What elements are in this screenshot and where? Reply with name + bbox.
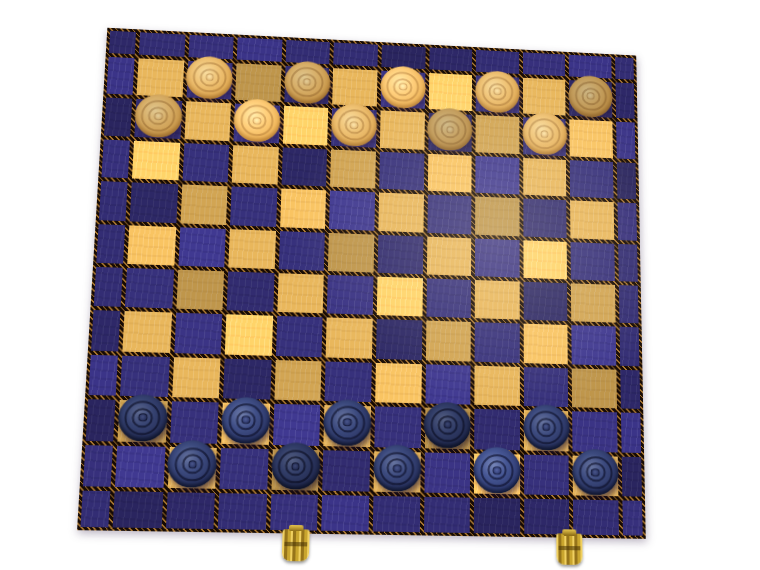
piece-groove-ring xyxy=(591,468,599,476)
brass-hinge-left xyxy=(282,529,310,561)
border-square xyxy=(99,181,128,221)
square-r9c6[interactable] xyxy=(374,407,421,448)
square-r8c8[interactable] xyxy=(475,365,520,406)
piece-groove-ring xyxy=(575,81,607,112)
square-r10c10[interactable] xyxy=(573,455,618,496)
piece-groove-ring xyxy=(188,460,197,469)
border-square xyxy=(619,285,639,324)
square-r5c3[interactable] xyxy=(228,229,275,269)
piece-groove-ring xyxy=(297,73,317,92)
square-r2c8[interactable] xyxy=(476,115,520,154)
piece-groove-ring xyxy=(542,423,550,431)
border-square xyxy=(373,496,420,532)
black-checker-piece[interactable] xyxy=(473,447,520,494)
piece-groove-ring xyxy=(303,78,311,86)
square-r1c8[interactable] xyxy=(476,75,519,113)
square-r3c4[interactable] xyxy=(281,147,327,186)
square-r8c3[interactable] xyxy=(223,358,271,399)
piece-groove-ring xyxy=(480,454,514,488)
square-r2c6[interactable] xyxy=(380,111,425,150)
border-square xyxy=(474,498,520,534)
square-r10c1[interactable] xyxy=(115,445,165,487)
piece-groove-ring xyxy=(337,109,371,141)
piece-groove-ring xyxy=(446,126,454,134)
piece-groove-ring xyxy=(235,410,256,430)
square-r3c6[interactable] xyxy=(379,152,424,191)
square-r6c7[interactable] xyxy=(426,278,471,318)
square-r1c7[interactable] xyxy=(428,73,472,111)
piece-groove-ring xyxy=(344,116,364,135)
square-r6c3[interactable] xyxy=(227,271,275,312)
piece-groove-ring xyxy=(228,403,264,437)
border-square xyxy=(622,500,642,535)
product-photo-scene xyxy=(0,0,760,570)
piece-groove-ring xyxy=(581,87,600,105)
piece-groove-ring xyxy=(586,463,606,483)
piece-groove-ring xyxy=(148,107,169,126)
black-checker-piece[interactable] xyxy=(323,399,372,446)
piece-groove-ring xyxy=(247,111,267,130)
white-checker-piece[interactable] xyxy=(233,98,281,143)
piece-groove-ring xyxy=(488,82,507,100)
piece-groove-ring xyxy=(330,406,365,440)
square-r1c5[interactable] xyxy=(333,68,378,107)
black-checker-piece[interactable] xyxy=(167,440,218,488)
black-checker-piece[interactable] xyxy=(271,443,321,491)
square-r7c4[interactable] xyxy=(276,316,323,357)
piece-groove-ring xyxy=(343,418,352,427)
piece-groove-ring xyxy=(431,408,465,442)
square-r9c7[interactable] xyxy=(425,408,471,449)
square-r2c5[interactable] xyxy=(331,109,376,148)
square-r10c6[interactable] xyxy=(373,451,420,493)
square-r7c5[interactable] xyxy=(326,318,373,359)
square-r4c9[interactable] xyxy=(523,199,567,238)
square-r7c1[interactable] xyxy=(122,311,171,352)
border-square xyxy=(91,310,120,351)
square-r8c9[interactable] xyxy=(524,367,569,407)
border-square xyxy=(139,32,185,57)
piece-groove-ring xyxy=(393,464,402,473)
square-r10c7[interactable] xyxy=(424,452,470,494)
black-checker-piece[interactable] xyxy=(572,449,619,496)
square-r8c1[interactable] xyxy=(120,356,170,398)
white-checker-piece[interactable] xyxy=(427,108,472,152)
border-square xyxy=(165,492,215,529)
white-checker-piece[interactable] xyxy=(475,70,520,113)
square-r6c1[interactable] xyxy=(125,268,174,309)
square-r10c9[interactable] xyxy=(524,454,570,495)
square-r3c5[interactable] xyxy=(330,149,376,188)
square-r8c2[interactable] xyxy=(172,357,221,399)
square-r4c2[interactable] xyxy=(180,185,228,225)
square-r1c9[interactable] xyxy=(523,78,566,116)
square-r2c4[interactable] xyxy=(283,106,329,145)
square-r4c8[interactable] xyxy=(475,197,519,236)
square-r7c10[interactable] xyxy=(572,326,617,366)
border-square xyxy=(96,224,125,264)
black-checker-piece[interactable] xyxy=(221,397,271,445)
piece-groove-ring xyxy=(132,408,154,428)
square-r3c1[interactable] xyxy=(132,141,180,181)
border-square xyxy=(523,52,566,76)
border-square xyxy=(424,497,471,533)
square-r8c5[interactable] xyxy=(325,361,372,402)
piece-groove-ring xyxy=(124,401,161,435)
square-r4c5[interactable] xyxy=(329,191,375,231)
border-square xyxy=(618,244,638,282)
square-r5c5[interactable] xyxy=(328,233,374,273)
piece-groove-ring xyxy=(535,125,554,143)
brass-hinge-right xyxy=(556,533,582,565)
square-r5c6[interactable] xyxy=(378,234,423,274)
border-square xyxy=(88,355,118,396)
square-r3c7[interactable] xyxy=(427,154,471,193)
square-r7c8[interactable] xyxy=(475,322,520,362)
square-r7c3[interactable] xyxy=(225,315,273,356)
piece-groove-ring xyxy=(285,456,306,476)
border-square xyxy=(334,42,378,66)
piece-groove-ring xyxy=(174,447,211,482)
square-r6c6[interactable] xyxy=(377,277,423,317)
piece-groove-ring xyxy=(441,120,460,138)
piece-groove-ring xyxy=(587,92,595,100)
square-r4c4[interactable] xyxy=(280,189,326,229)
square-r5c4[interactable] xyxy=(279,231,326,271)
piece-groove-ring xyxy=(481,76,513,107)
square-r7c9[interactable] xyxy=(523,324,568,364)
square-r4c7[interactable] xyxy=(427,195,472,234)
piece-groove-ring xyxy=(290,66,324,98)
piece-groove-ring xyxy=(386,71,419,103)
square-r9c3[interactable] xyxy=(221,403,270,445)
square-r4c10[interactable] xyxy=(570,201,614,240)
square-r5c7[interactable] xyxy=(427,236,472,276)
border-square xyxy=(617,203,637,241)
white-checker-piece[interactable] xyxy=(522,112,567,156)
square-r10c5[interactable] xyxy=(323,450,371,492)
square-r2c7[interactable] xyxy=(428,113,472,152)
square-r2c1[interactable] xyxy=(134,99,182,139)
square-r2c2[interactable] xyxy=(184,102,231,141)
border-square xyxy=(615,82,634,119)
square-r1c10[interactable] xyxy=(569,80,612,118)
square-r2c10[interactable] xyxy=(570,120,613,158)
piece-groove-ring xyxy=(529,411,563,444)
white-checker-piece[interactable] xyxy=(134,94,183,139)
piece-groove-ring xyxy=(241,416,250,425)
white-checker-piece[interactable] xyxy=(185,55,233,99)
square-r7c7[interactable] xyxy=(426,321,471,361)
square-r4c3[interactable] xyxy=(230,187,277,227)
piece-groove-ring xyxy=(200,68,220,87)
border-square xyxy=(80,491,110,528)
piece-groove-ring xyxy=(438,415,458,435)
square-r9c9[interactable] xyxy=(524,410,569,451)
piece-groove-ring xyxy=(536,418,556,438)
piece-groove-ring xyxy=(493,466,501,475)
black-checker-piece[interactable] xyxy=(117,394,169,442)
square-r5c8[interactable] xyxy=(475,238,519,278)
square-r3c2[interactable] xyxy=(182,143,229,183)
piece-groove-ring xyxy=(494,88,502,96)
square-r9c1[interactable] xyxy=(117,400,167,442)
white-checker-piece[interactable] xyxy=(331,103,378,147)
square-r6c2[interactable] xyxy=(176,270,224,311)
piece-groove-ring xyxy=(138,414,147,423)
piece-groove-ring xyxy=(487,461,507,481)
border-square xyxy=(101,139,130,178)
square-r3c10[interactable] xyxy=(570,160,614,199)
square-r3c8[interactable] xyxy=(475,156,519,195)
square-r7c2[interactable] xyxy=(174,313,223,354)
black-checker-piece[interactable] xyxy=(373,445,421,492)
square-r9c2[interactable] xyxy=(170,401,219,443)
square-r6c10[interactable] xyxy=(571,283,615,323)
square-r1c4[interactable] xyxy=(284,66,330,105)
piece-groove-ring xyxy=(393,78,412,96)
border-square xyxy=(615,57,634,80)
piece-groove-ring xyxy=(278,449,314,483)
square-r10c4[interactable] xyxy=(271,449,319,491)
square-r1c6[interactable] xyxy=(381,71,425,110)
square-r3c3[interactable] xyxy=(232,145,279,185)
piece-groove-ring xyxy=(337,413,358,433)
piece-groove-ring xyxy=(443,421,452,429)
square-r6c5[interactable] xyxy=(327,275,373,315)
border-square xyxy=(622,456,642,496)
board-wrap xyxy=(77,28,646,539)
square-r8c10[interactable] xyxy=(572,368,617,408)
square-r1c1[interactable] xyxy=(137,58,184,97)
piece-groove-ring xyxy=(253,117,262,125)
white-checker-piece[interactable] xyxy=(380,65,426,109)
square-r4c1[interactable] xyxy=(130,183,178,223)
square-r1c2[interactable] xyxy=(186,61,233,100)
border-square xyxy=(104,98,132,137)
square-r5c2[interactable] xyxy=(178,227,226,267)
border-square xyxy=(86,399,116,441)
square-r10c3[interactable] xyxy=(220,448,269,490)
white-checker-piece[interactable] xyxy=(283,60,330,104)
square-r8c7[interactable] xyxy=(425,364,471,405)
checkers-board xyxy=(77,28,646,539)
square-r1c3[interactable] xyxy=(235,63,281,102)
black-checker-piece[interactable] xyxy=(523,404,570,450)
black-checker-piece[interactable] xyxy=(424,402,471,449)
border-square xyxy=(322,495,370,531)
square-r9c8[interactable] xyxy=(474,409,519,450)
square-r7c6[interactable] xyxy=(376,319,422,360)
border-square xyxy=(109,31,136,55)
square-r6c9[interactable] xyxy=(523,282,567,322)
border-square xyxy=(94,267,123,307)
piece-groove-ring xyxy=(192,61,227,93)
square-r9c10[interactable] xyxy=(572,411,617,452)
border-square xyxy=(237,37,282,61)
piece-groove-ring xyxy=(154,112,163,120)
border-square xyxy=(619,327,639,366)
square-r10c2[interactable] xyxy=(167,446,217,488)
square-r5c1[interactable] xyxy=(127,225,176,266)
square-r2c3[interactable] xyxy=(234,104,280,143)
piece-groove-ring xyxy=(205,73,214,81)
square-r4c6[interactable] xyxy=(378,193,423,233)
border-square xyxy=(616,122,635,159)
square-r8c4[interactable] xyxy=(274,360,322,401)
border-square xyxy=(83,445,113,487)
piece-groove-ring xyxy=(387,459,407,479)
piece-groove-ring xyxy=(182,454,204,474)
piece-groove-ring xyxy=(350,121,358,129)
piece-groove-ring xyxy=(380,451,415,485)
piece-groove-ring xyxy=(240,105,275,137)
square-r5c10[interactable] xyxy=(571,242,615,281)
square-r6c8[interactable] xyxy=(475,280,520,320)
piece-groove-ring xyxy=(541,130,549,138)
border-square xyxy=(573,500,619,536)
piece-groove-ring xyxy=(434,114,467,146)
border-square xyxy=(620,370,640,410)
border-square xyxy=(106,57,134,95)
square-r5c9[interactable] xyxy=(523,240,567,279)
piece-groove-ring xyxy=(528,118,560,149)
white-checker-piece[interactable] xyxy=(569,75,613,118)
border-square xyxy=(218,493,267,530)
square-r9c5[interactable] xyxy=(324,405,371,446)
piece-groove-ring xyxy=(579,456,613,490)
square-r10c8[interactable] xyxy=(474,453,520,494)
square-r6c4[interactable] xyxy=(277,273,324,314)
square-r9c4[interactable] xyxy=(273,404,321,446)
border-square xyxy=(429,47,472,71)
border-square xyxy=(617,162,636,200)
square-r3c9[interactable] xyxy=(523,158,567,197)
piece-groove-ring xyxy=(291,462,300,471)
square-r8c6[interactable] xyxy=(375,363,421,404)
piece-groove-ring xyxy=(141,100,177,132)
border-square xyxy=(621,413,641,453)
piece-groove-ring xyxy=(399,83,407,91)
border-square xyxy=(113,491,163,528)
square-r2c9[interactable] xyxy=(523,118,566,156)
